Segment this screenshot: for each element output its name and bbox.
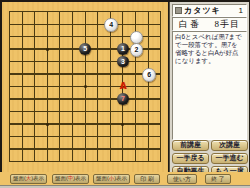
- move-number-label: 8手目: [215, 18, 241, 31]
- help-button[interactable]: 使い方: [167, 174, 197, 184]
- lecture-number: 1: [239, 6, 243, 15]
- go-board-grid[interactable]: 4125367A: [9, 11, 161, 162]
- explanation-text: 白6とスベれば黒7までで一段落です。黒7を省略すると白Aが好点になります。: [175, 33, 244, 65]
- forward-one-move-button[interactable]: 一手進む: [211, 153, 248, 164]
- turn-info-box: 白番 8手目: [172, 17, 247, 31]
- next-lecture-button[interactable]: 次講座: [211, 140, 248, 151]
- black-stone-7: 7: [117, 93, 129, 105]
- window-bottom-strip: [0, 185, 250, 188]
- lecture-title-box: カタツキ 1: [172, 4, 247, 17]
- bottom-toolbar: 盤面(大)表示 盤面(中)表示 盤面(小)表示 印 刷 使い方 終 了: [0, 172, 250, 185]
- star-point: [84, 85, 87, 88]
- board-view-medium-button[interactable]: 盤面(中)表示: [52, 174, 89, 184]
- star-point: [121, 123, 124, 126]
- board-view-small-button[interactable]: 盤面(小)表示: [93, 174, 130, 184]
- black-stone-1: 1: [117, 43, 129, 55]
- white-stone-2: 2: [130, 43, 144, 57]
- side-panel: カタツキ 1 白番 8手目 白6とスベれば黒7までで一段落です。黒7を省略すると…: [169, 2, 249, 172]
- quit-button[interactable]: 終 了: [205, 174, 231, 184]
- black-stone-3: 3: [117, 56, 129, 68]
- lecture-icon: [175, 7, 182, 14]
- explanation-box: 白6とスベれば黒7までで一段落です。黒7を省略すると白Aが好点になります。: [172, 31, 247, 140]
- prev-lecture-button[interactable]: 前講座: [172, 140, 209, 151]
- print-button[interactable]: 印 刷: [134, 174, 160, 184]
- star-point: [46, 48, 49, 51]
- go-board-area: 4125367A: [2, 2, 168, 172]
- white-stone-6: 6: [142, 68, 156, 82]
- app-window: 4125367A カタツキ 1 白番 8手目 白6とスベれば黒7までで一段落です…: [0, 0, 250, 188]
- white-stone-4: 4: [104, 18, 118, 32]
- star-point: [46, 123, 49, 126]
- black-stone-5: 5: [79, 43, 91, 55]
- point-marker-A: A: [120, 82, 127, 91]
- board-view-large-button[interactable]: 盤面(大)表示: [10, 174, 47, 184]
- back-one-move-button[interactable]: 一手戻る: [172, 153, 209, 164]
- lecture-title: カタツキ: [184, 5, 221, 16]
- turn-to-play-label: 白番: [179, 18, 201, 31]
